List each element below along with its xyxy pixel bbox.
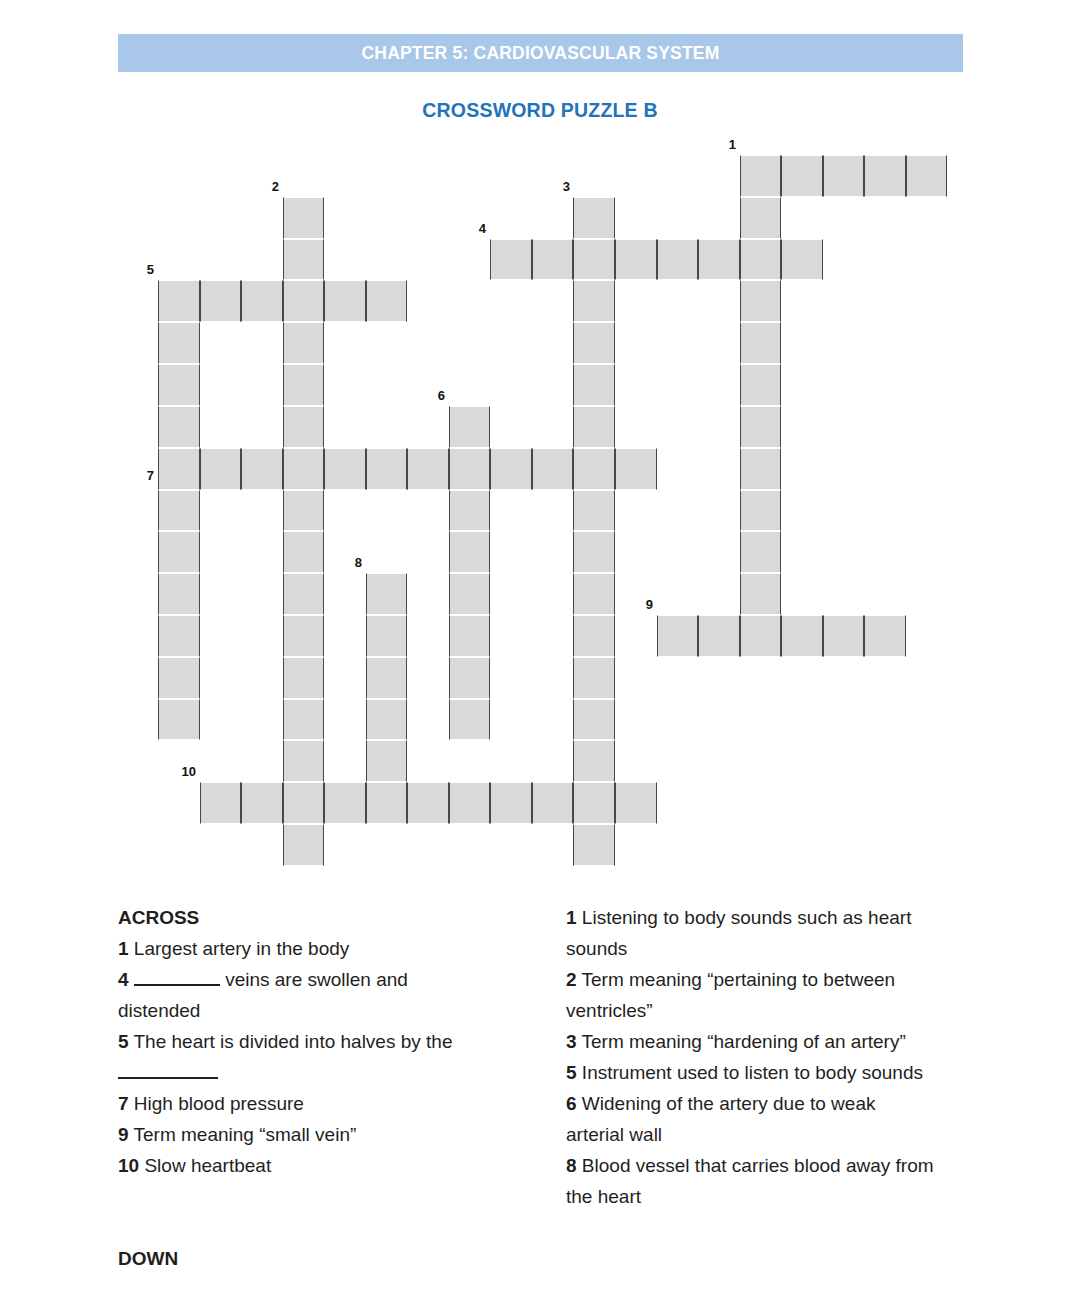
grid-cell[interactable] bbox=[573, 699, 615, 741]
clue-1-across: 1 Largest artery in the body bbox=[118, 933, 452, 964]
grid-cell[interactable] bbox=[366, 573, 408, 615]
grid-cell[interactable] bbox=[366, 448, 408, 490]
grid-cell[interactable] bbox=[740, 615, 782, 657]
grid-cell[interactable] bbox=[864, 615, 906, 657]
clue-1-down-cont: sounds bbox=[566, 933, 934, 964]
grid-cell[interactable] bbox=[241, 448, 283, 490]
grid-cell[interactable] bbox=[158, 657, 200, 699]
grid-cell[interactable] bbox=[740, 155, 782, 197]
grid-cell[interactable] bbox=[200, 280, 242, 322]
grid-cell[interactable] bbox=[158, 322, 200, 364]
grid-cell[interactable] bbox=[740, 448, 782, 490]
grid-cell[interactable] bbox=[573, 573, 615, 615]
grid-cell[interactable] bbox=[532, 239, 574, 281]
grid-cell[interactable] bbox=[532, 448, 574, 490]
grid-cell[interactable] bbox=[698, 239, 740, 281]
grid-cell[interactable] bbox=[657, 615, 699, 657]
clue-4-across-cont: distended bbox=[118, 995, 452, 1026]
grid-cell[interactable] bbox=[657, 239, 699, 281]
clue-3-down: 3 Term meaning “hardening of an artery” bbox=[566, 1026, 934, 1057]
grid-cell[interactable] bbox=[573, 197, 615, 239]
grid-cell[interactable] bbox=[158, 490, 200, 532]
grid-cell[interactable] bbox=[283, 322, 325, 364]
answer-blank bbox=[118, 1075, 218, 1079]
grid-cell[interactable] bbox=[490, 448, 532, 490]
grid-cell[interactable] bbox=[573, 782, 615, 824]
clue-number: 8 bbox=[332, 556, 362, 569]
grid-cell[interactable] bbox=[740, 280, 782, 322]
grid-cell[interactable] bbox=[573, 239, 615, 281]
crossword-grid bbox=[158, 155, 947, 866]
grid-cell[interactable] bbox=[573, 280, 615, 322]
grid-cell[interactable] bbox=[615, 239, 657, 281]
grid-cell[interactable] bbox=[158, 406, 200, 448]
grid-cell[interactable] bbox=[781, 155, 823, 197]
grid-cell[interactable] bbox=[573, 448, 615, 490]
grid-cell[interactable] bbox=[283, 197, 325, 239]
clue-5-down: 5 Instrument used to listen to body soun… bbox=[566, 1057, 934, 1088]
grid-cell[interactable] bbox=[573, 322, 615, 364]
grid-cell[interactable] bbox=[158, 448, 200, 490]
clue-6-down-cont: arterial wall bbox=[566, 1119, 934, 1150]
grid-cell[interactable] bbox=[324, 448, 366, 490]
clue-10-across: 10 Slow heartbeat bbox=[118, 1150, 452, 1181]
clue-number: 7 bbox=[124, 469, 154, 482]
grid-cell[interactable] bbox=[366, 280, 408, 322]
clue-number: 10 bbox=[166, 765, 196, 778]
clue-number: 6 bbox=[415, 389, 445, 402]
clue-5-across: 5 The heart is divided into halves by th… bbox=[118, 1026, 452, 1057]
grid-cell[interactable] bbox=[615, 782, 657, 824]
clue-2-down-cont: ventricles” bbox=[566, 995, 934, 1026]
grid-cell[interactable] bbox=[781, 615, 823, 657]
grid-cell[interactable] bbox=[407, 448, 449, 490]
grid-cell[interactable] bbox=[449, 490, 491, 532]
grid-cell[interactable] bbox=[283, 615, 325, 657]
grid-cell[interactable] bbox=[283, 280, 325, 322]
grid-cell[interactable] bbox=[283, 824, 325, 866]
clue-number: 2 bbox=[249, 180, 279, 193]
grid-cell[interactable] bbox=[740, 239, 782, 281]
clue-8-down-cont: the heart bbox=[566, 1181, 934, 1212]
grid-cell[interactable] bbox=[740, 531, 782, 573]
grid-cell[interactable] bbox=[449, 406, 491, 448]
grid-cell[interactable] bbox=[490, 239, 532, 281]
grid-cell[interactable] bbox=[573, 615, 615, 657]
grid-cell[interactable] bbox=[366, 740, 408, 782]
grid-cell[interactable] bbox=[158, 615, 200, 657]
grid-cell[interactable] bbox=[573, 824, 615, 866]
answer-blank bbox=[134, 982, 220, 986]
grid-cell[interactable] bbox=[158, 531, 200, 573]
clue-1-down: 1 Listening to body sounds such as heart bbox=[566, 902, 934, 933]
down-heading: DOWN bbox=[118, 1243, 452, 1274]
grid-cell[interactable] bbox=[615, 448, 657, 490]
grid-cell[interactable] bbox=[283, 364, 325, 406]
grid-cell[interactable] bbox=[573, 531, 615, 573]
grid-cell[interactable] bbox=[283, 239, 325, 281]
grid-cell[interactable] bbox=[449, 448, 491, 490]
grid-cell[interactable] bbox=[573, 406, 615, 448]
grid-cell[interactable] bbox=[573, 364, 615, 406]
clue-7-across: 7 High blood pressure bbox=[118, 1088, 452, 1119]
grid-cell[interactable] bbox=[698, 615, 740, 657]
clue-9-across: 9 Term meaning “small vein” bbox=[118, 1119, 452, 1150]
grid-cell[interactable] bbox=[324, 782, 366, 824]
clue-number: 5 bbox=[124, 263, 154, 276]
clue-2-down: 2 Term meaning “pertaining to between bbox=[566, 964, 934, 995]
clue-8-down: 8 Blood vessel that carries blood away f… bbox=[566, 1150, 934, 1181]
clue-number: 1 bbox=[706, 138, 736, 151]
grid-cell[interactable] bbox=[158, 573, 200, 615]
worksheet-page: CHAPTER 5: CARDIOVASCULAR SYSTEM CROSSWO… bbox=[0, 0, 1080, 1293]
grid-cell[interactable] bbox=[283, 699, 325, 741]
grid-cell[interactable] bbox=[740, 573, 782, 615]
grid-cell[interactable] bbox=[449, 531, 491, 573]
clues-right-column: 1 Listening to body sounds such as heart… bbox=[566, 902, 934, 1212]
grid-cell[interactable] bbox=[366, 657, 408, 699]
clue-number: 9 bbox=[623, 598, 653, 611]
clues-left-column: ACROSS1 Largest artery in the body4 vein… bbox=[118, 902, 452, 1274]
spacer bbox=[118, 1212, 452, 1243]
grid-cell[interactable] bbox=[532, 782, 574, 824]
grid-cell[interactable] bbox=[283, 448, 325, 490]
grid-cell[interactable] bbox=[241, 280, 283, 322]
clue-5-across-blank bbox=[118, 1057, 452, 1088]
grid-cell[interactable] bbox=[241, 782, 283, 824]
grid-cell[interactable] bbox=[283, 657, 325, 699]
grid-cell[interactable] bbox=[283, 782, 325, 824]
grid-cell[interactable] bbox=[864, 155, 906, 197]
grid-cell[interactable] bbox=[573, 490, 615, 532]
puzzle-title: CROSSWORD PUZZLE B bbox=[117, 99, 963, 122]
grid-cell[interactable] bbox=[740, 197, 782, 239]
chapter-header-title: CHAPTER 5: CARDIOVASCULAR SYSTEM bbox=[361, 43, 719, 64]
grid-cell[interactable] bbox=[823, 615, 865, 657]
grid-cell[interactable] bbox=[283, 490, 325, 532]
grid-cell[interactable] bbox=[366, 699, 408, 741]
grid-cell[interactable] bbox=[449, 573, 491, 615]
grid-cell[interactable] bbox=[449, 782, 491, 824]
grid-cell[interactable] bbox=[449, 615, 491, 657]
grid-cell[interactable] bbox=[823, 155, 865, 197]
clue-6-down: 6 Widening of the artery due to weak bbox=[566, 1088, 934, 1119]
grid-cell[interactable] bbox=[781, 239, 823, 281]
grid-cell[interactable] bbox=[740, 322, 782, 364]
chapter-header-bar: CHAPTER 5: CARDIOVASCULAR SYSTEM bbox=[118, 34, 963, 72]
grid-cell[interactable] bbox=[740, 406, 782, 448]
grid-cell[interactable] bbox=[573, 740, 615, 782]
grid-cell[interactable] bbox=[283, 406, 325, 448]
grid-cell[interactable] bbox=[158, 280, 200, 322]
clue-4-across: 4 veins are swollen and bbox=[118, 964, 452, 995]
grid-cell[interactable] bbox=[158, 699, 200, 741]
grid-cell[interactable] bbox=[906, 155, 948, 197]
grid-cell[interactable] bbox=[158, 364, 200, 406]
grid-cell[interactable] bbox=[283, 531, 325, 573]
grid-cell[interactable] bbox=[573, 657, 615, 699]
across-heading: ACROSS bbox=[118, 902, 452, 933]
grid-cell[interactable] bbox=[324, 280, 366, 322]
grid-cell[interactable] bbox=[449, 699, 491, 741]
grid-cell[interactable] bbox=[407, 782, 449, 824]
grid-cell[interactable] bbox=[283, 740, 325, 782]
grid-cell[interactable] bbox=[366, 615, 408, 657]
grid-cell[interactable] bbox=[366, 782, 408, 824]
grid-cell[interactable] bbox=[740, 490, 782, 532]
grid-cell[interactable] bbox=[740, 364, 782, 406]
clue-number: 4 bbox=[456, 222, 486, 235]
grid-cell[interactable] bbox=[283, 573, 325, 615]
clue-number: 3 bbox=[540, 180, 570, 193]
spacer bbox=[118, 1181, 452, 1212]
grid-cell[interactable] bbox=[200, 782, 242, 824]
grid-cell[interactable] bbox=[490, 782, 532, 824]
grid-cell[interactable] bbox=[200, 448, 242, 490]
grid-cell[interactable] bbox=[449, 657, 491, 699]
